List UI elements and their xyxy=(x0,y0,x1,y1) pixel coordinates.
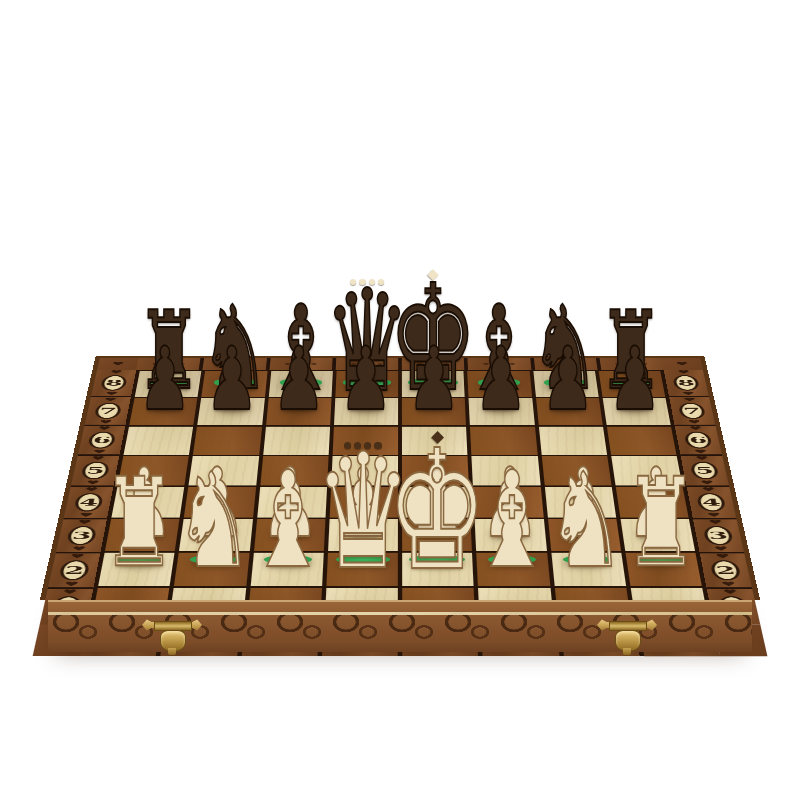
piece-white-rook[interactable]: ♜ xyxy=(561,462,761,584)
ornament-heart-icon: ♥ xyxy=(97,426,111,431)
piece-glyph: ♜ xyxy=(593,462,729,584)
rank-label-right-6: 6 xyxy=(684,432,713,449)
king-finial xyxy=(337,433,537,442)
piece-glyph: ♟ xyxy=(567,336,703,424)
piece-layer: ♜♞♝♛♚♝♞♜♟♟♟♟♟♟♟♟♟♟♟♟♟♟♟♟♜♞♝♛♚♝♞♜ xyxy=(0,0,800,800)
brass-clasp-right-icon xyxy=(595,602,659,648)
ornament-heart-icon: ♥ xyxy=(62,589,78,595)
ornament-heart-icon: ♥ xyxy=(689,426,703,431)
rank-label-left-6: 6 xyxy=(87,432,116,449)
chess-set-photo: ♥ ◆◆◆◆◆◆◆◆◆◆◆◆◆◆◆◆◆◆◆◆◆◆◆◆ ♥ ♥8♥♥7♥♥6♥♥5… xyxy=(0,0,800,800)
king-finial xyxy=(333,271,533,279)
ornament-heart-icon: ♥ xyxy=(722,589,738,595)
piece-black-pawn[interactable]: ♟ xyxy=(535,336,735,424)
brass-clasp-left-icon xyxy=(140,602,204,648)
